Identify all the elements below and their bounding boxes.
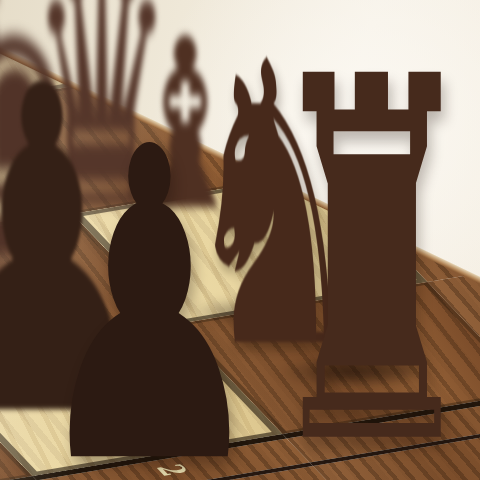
black-pawn-a2-piece: ♟ — [30, 92, 269, 480]
chess-photo: 2 1 ♚ ♛ ♝ ♞ ♟ ♜ ♟ — [0, 0, 480, 480]
black-rook-piece: ♜ — [262, 14, 480, 480]
